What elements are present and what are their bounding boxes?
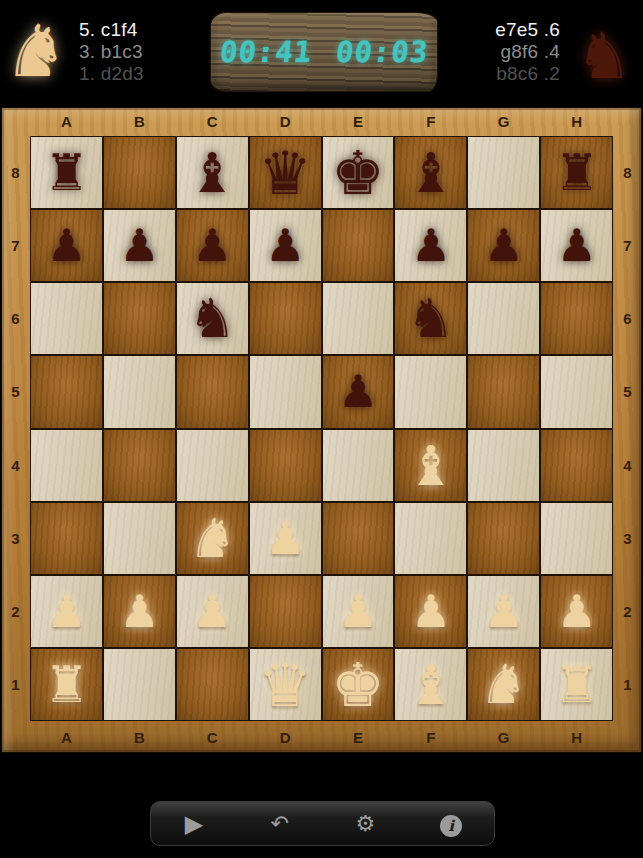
square-g7[interactable]: ♟ <box>468 210 539 281</box>
square-a8[interactable]: ♜ <box>31 137 102 208</box>
white-move-latest: 5. c1f4 <box>79 19 144 41</box>
file-label-H: H <box>540 108 613 135</box>
rank-labels-left: 87654321 <box>2 136 29 721</box>
file-label-D: D <box>249 722 322 752</box>
square-f4[interactable]: ♝ <box>395 430 466 501</box>
square-a7[interactable]: ♟ <box>31 210 102 281</box>
square-f2[interactable]: ♟ <box>395 576 466 647</box>
white-move-oldest: 1. d2d3 <box>79 63 144 85</box>
black-move-list: e7e5 .6 g8f6 .4 b8c6 .2 <box>495 19 560 85</box>
square-g2[interactable]: ♟ <box>468 576 539 647</box>
rank-label-7: 7 <box>614 209 641 282</box>
rank-label-4: 4 <box>614 429 641 502</box>
black-queen-d8[interactable]: ♛ <box>250 137 321 208</box>
square-g4[interactable] <box>468 430 539 501</box>
square-h6[interactable] <box>541 283 612 354</box>
square-e6[interactable] <box>323 283 394 354</box>
black-bishop-f8[interactable]: ♝ <box>395 137 466 208</box>
square-f7[interactable]: ♟ <box>395 210 466 281</box>
square-f3[interactable] <box>395 503 466 574</box>
black-knight-f6[interactable]: ♞ <box>395 283 466 354</box>
square-c8[interactable]: ♝ <box>177 137 248 208</box>
file-label-B: B <box>103 722 176 752</box>
toolbar: ▶ ↶ ⚙ i <box>150 801 495 846</box>
black-rook-a8[interactable]: ♜ <box>31 137 102 208</box>
square-g5[interactable] <box>468 356 539 427</box>
white-move-list: 5. c1f4 3. b1c3 1. d2d3 <box>79 19 144 85</box>
file-label-A: A <box>30 108 103 135</box>
square-g3[interactable] <box>468 503 539 574</box>
file-label-B: B <box>103 108 176 135</box>
black-pawn-d7[interactable]: ♟ <box>250 210 321 281</box>
white-pawn-f2[interactable]: ♟ <box>395 576 466 647</box>
square-b7[interactable]: ♟ <box>104 210 175 281</box>
square-c7[interactable]: ♟ <box>177 210 248 281</box>
rank-label-1: 1 <box>614 648 641 721</box>
white-pawn-h2[interactable]: ♟ <box>541 576 612 647</box>
rank-label-3: 3 <box>2 502 29 575</box>
white-time: 00:41 <box>218 35 314 69</box>
file-labels-bottom: ABCDEFGH <box>30 722 613 752</box>
black-knight-icon: ♞ <box>568 16 640 96</box>
black-rook-h8[interactable]: ♜ <box>541 137 612 208</box>
white-pawn-c2[interactable]: ♟ <box>177 576 248 647</box>
square-e7[interactable] <box>323 210 394 281</box>
white-king-e1[interactable]: ♚ <box>323 649 394 720</box>
info-icon: i <box>440 815 462 837</box>
square-a1[interactable]: ♜ <box>31 649 102 720</box>
square-h2[interactable]: ♟ <box>541 576 612 647</box>
square-e2[interactable]: ♟ <box>323 576 394 647</box>
rank-label-4: 4 <box>2 429 29 502</box>
rank-label-6: 6 <box>2 282 29 355</box>
undo-button[interactable]: ↶ <box>258 804 302 844</box>
white-pawn-g2[interactable]: ♟ <box>468 576 539 647</box>
square-d5[interactable] <box>250 356 321 427</box>
file-label-D: D <box>249 108 322 135</box>
square-a5[interactable] <box>31 356 102 427</box>
white-knight-g1[interactable]: ♞ <box>468 649 539 720</box>
white-pawn-a2[interactable]: ♟ <box>31 576 102 647</box>
square-c3[interactable]: ♞ <box>177 503 248 574</box>
play-icon: ▶ <box>185 810 203 838</box>
file-label-F: F <box>394 722 467 752</box>
black-pawn-c7[interactable]: ♟ <box>177 210 248 281</box>
square-a6[interactable] <box>31 283 102 354</box>
square-c4[interactable] <box>177 430 248 501</box>
chess-board: ♜♝♛♚♝♜♟♟♟♟♟♟♟♞♞♟♝♞♟♟♟♟♟♟♟♟♜♛♚♝♞♜ <box>30 136 613 721</box>
square-b2[interactable]: ♟ <box>104 576 175 647</box>
square-c1[interactable] <box>177 649 248 720</box>
settings-button[interactable]: ⚙ <box>343 804 387 844</box>
square-a3[interactable] <box>31 503 102 574</box>
square-f1[interactable]: ♝ <box>395 649 466 720</box>
rank-label-6: 6 <box>614 282 641 355</box>
rank-label-2: 2 <box>2 575 29 648</box>
rank-label-3: 3 <box>614 502 641 575</box>
white-bishop-f1[interactable]: ♝ <box>395 649 466 720</box>
file-label-E: E <box>322 108 395 135</box>
square-h7[interactable]: ♟ <box>541 210 612 281</box>
square-f6[interactable]: ♞ <box>395 283 466 354</box>
square-c5[interactable] <box>177 356 248 427</box>
black-time: 00:03 <box>334 35 430 69</box>
square-h8[interactable]: ♜ <box>541 137 612 208</box>
square-f8[interactable]: ♝ <box>395 137 466 208</box>
white-queen-d1[interactable]: ♛ <box>250 649 321 720</box>
square-d2[interactable] <box>250 576 321 647</box>
square-c2[interactable]: ♟ <box>177 576 248 647</box>
white-rook-a1[interactable]: ♜ <box>31 649 102 720</box>
square-b5[interactable] <box>104 356 175 427</box>
square-g6[interactable] <box>468 283 539 354</box>
square-d3[interactable]: ♟ <box>250 503 321 574</box>
white-pawn-d3[interactable]: ♟ <box>250 503 321 574</box>
square-b4[interactable] <box>104 430 175 501</box>
play-button[interactable]: ▶ <box>172 804 216 844</box>
rank-label-2: 2 <box>614 575 641 648</box>
file-label-H: H <box>540 722 613 752</box>
square-e3[interactable] <box>323 503 394 574</box>
rank-label-8: 8 <box>614 136 641 209</box>
app-window: ♞ 5. c1f4 3. b1c3 1. d2d3 00:41 00:03 e7… <box>0 0 643 858</box>
black-move-prev: g8f6 .4 <box>495 41 560 63</box>
black-move-oldest: b8c6 .2 <box>495 63 560 85</box>
file-label-A: A <box>30 722 103 752</box>
file-labels-top: ABCDEFGH <box>30 108 613 135</box>
square-g1[interactable]: ♞ <box>468 649 539 720</box>
rank-label-5: 5 <box>614 355 641 428</box>
file-label-C: C <box>176 722 249 752</box>
square-e8[interactable]: ♚ <box>323 137 394 208</box>
rank-labels-right: 87654321 <box>614 136 641 721</box>
square-e5[interactable]: ♟ <box>323 356 394 427</box>
white-pawn-e2[interactable]: ♟ <box>323 576 394 647</box>
square-h1[interactable]: ♜ <box>541 649 612 720</box>
file-label-E: E <box>322 722 395 752</box>
square-d8[interactable]: ♛ <box>250 137 321 208</box>
square-h5[interactable] <box>541 356 612 427</box>
square-a2[interactable]: ♟ <box>31 576 102 647</box>
white-bishop-f4[interactable]: ♝ <box>395 430 466 501</box>
square-d1[interactable]: ♛ <box>250 649 321 720</box>
black-king-e8[interactable]: ♚ <box>323 137 394 208</box>
rank-label-8: 8 <box>2 136 29 209</box>
chess-clock: 00:41 00:03 <box>210 12 438 92</box>
square-b6[interactable] <box>104 283 175 354</box>
square-e4[interactable] <box>323 430 394 501</box>
square-d6[interactable] <box>250 283 321 354</box>
file-label-C: C <box>176 108 249 135</box>
square-d4[interactable] <box>250 430 321 501</box>
white-knight-c3[interactable]: ♞ <box>177 503 248 574</box>
square-d7[interactable]: ♟ <box>250 210 321 281</box>
square-h3[interactable] <box>541 503 612 574</box>
square-h4[interactable] <box>541 430 612 501</box>
black-pawn-a7[interactable]: ♟ <box>31 210 102 281</box>
square-c6[interactable]: ♞ <box>177 283 248 354</box>
square-f5[interactable] <box>395 356 466 427</box>
black-pawn-b7[interactable]: ♟ <box>104 210 175 281</box>
white-knight-icon: ♞ <box>0 6 72 96</box>
white-rook-h1[interactable]: ♜ <box>541 649 612 720</box>
black-move-latest: e7e5 .6 <box>495 19 560 41</box>
rank-label-1: 1 <box>2 648 29 721</box>
black-bishop-c8[interactable]: ♝ <box>177 137 248 208</box>
black-pawn-h7[interactable]: ♟ <box>541 210 612 281</box>
gear-icon: ⚙ <box>356 811 376 836</box>
square-a4[interactable] <box>31 430 102 501</box>
square-b3[interactable] <box>104 503 175 574</box>
square-b8[interactable] <box>104 137 175 208</box>
square-e1[interactable]: ♚ <box>323 649 394 720</box>
info-button[interactable]: i <box>429 804 473 844</box>
square-g8[interactable] <box>468 137 539 208</box>
white-pawn-b2[interactable]: ♟ <box>104 576 175 647</box>
black-pawn-e5[interactable]: ♟ <box>323 356 394 427</box>
black-pawn-f7[interactable]: ♟ <box>395 210 466 281</box>
file-label-F: F <box>394 108 467 135</box>
white-move-prev: 3. b1c3 <box>79 41 144 63</box>
rank-label-7: 7 <box>2 209 29 282</box>
square-b1[interactable] <box>104 649 175 720</box>
file-label-G: G <box>467 108 540 135</box>
black-knight-c6[interactable]: ♞ <box>177 283 248 354</box>
board-frame: ABCDEFGH 87654321 ♜♝♛♚♝♜♟♟♟♟♟♟♟♞♞♟♝♞♟♟♟♟… <box>1 107 642 753</box>
rank-label-5: 5 <box>2 355 29 428</box>
undo-icon: ↶ <box>270 811 288 836</box>
file-label-G: G <box>467 722 540 752</box>
black-pawn-g7[interactable]: ♟ <box>468 210 539 281</box>
